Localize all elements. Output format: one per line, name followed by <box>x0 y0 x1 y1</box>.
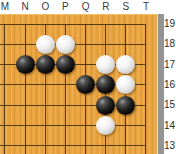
board-intersection-T14[interactable] <box>136 115 156 135</box>
grid-vline <box>65 95 66 115</box>
board-intersection-N13[interactable] <box>15 136 35 154</box>
board-intersection-R13[interactable] <box>96 136 116 154</box>
board-intersection-M14[interactable] <box>0 115 15 135</box>
row-label-17: 17 <box>164 59 176 71</box>
board-intersection-N16[interactable] <box>15 75 35 95</box>
board-intersection-S18[interactable] <box>116 34 136 54</box>
board-grid <box>0 14 156 154</box>
board-intersection-Q18[interactable] <box>75 34 95 54</box>
board-intersection-M13[interactable] <box>0 136 15 154</box>
grid-vline <box>25 95 26 115</box>
board-intersection-S13[interactable] <box>116 136 136 154</box>
grid-vline <box>65 75 66 95</box>
board-intersection-P14[interactable] <box>55 115 75 135</box>
board-intersection-O14[interactable] <box>35 115 55 135</box>
board-intersection-T15[interactable] <box>136 95 156 115</box>
column-label-M: M <box>0 1 13 13</box>
grid-vline <box>25 24 26 35</box>
board-intersection-T17[interactable] <box>136 55 156 75</box>
board-intersection-T18[interactable] <box>136 34 156 54</box>
board-intersection-M17[interactable] <box>0 55 15 75</box>
board-intersection-P17[interactable] <box>55 55 75 75</box>
grid-hline <box>0 44 15 45</box>
grid-hline <box>0 64 15 65</box>
board-intersection-R17[interactable] <box>96 55 116 75</box>
grid-vline <box>85 95 86 115</box>
grid-vline <box>85 136 86 154</box>
grid-vline <box>145 55 146 75</box>
board-intersection-P13[interactable] <box>55 136 75 154</box>
column-label-O: O <box>37 1 53 13</box>
row-label-14: 14 <box>164 120 176 132</box>
grid-vline <box>65 115 66 135</box>
black-stone-R16 <box>96 75 115 94</box>
board-intersection-O18[interactable] <box>35 34 55 54</box>
board-intersection-Q16[interactable] <box>75 75 95 95</box>
grid-vline <box>45 75 46 95</box>
board-intersection-P19[interactable] <box>55 14 75 34</box>
column-label-Q: Q <box>78 1 94 13</box>
board-intersection-R16[interactable] <box>96 75 116 95</box>
grid-vline <box>4 55 5 75</box>
grid-vline <box>65 136 66 154</box>
column-label-T: T <box>138 1 154 13</box>
board-intersection-Q19[interactable] <box>75 14 95 34</box>
grid-vline <box>25 75 26 95</box>
row-label-19: 19 <box>164 18 176 30</box>
board-intersection-P18[interactable] <box>55 34 75 54</box>
white-stone-S17 <box>116 55 135 74</box>
board-intersection-N17[interactable] <box>15 55 35 75</box>
board-intersection-O13[interactable] <box>35 136 55 154</box>
black-stone-S15 <box>116 96 135 115</box>
grid-vline <box>4 24 5 35</box>
board-intersection-Q15[interactable] <box>75 95 95 115</box>
board-intersection-Q17[interactable] <box>75 55 95 75</box>
board-intersection-M19[interactable] <box>0 14 15 34</box>
board-intersection-R19[interactable] <box>96 14 116 34</box>
board-intersection-Q13[interactable] <box>75 136 95 154</box>
board-intersection-N18[interactable] <box>15 34 35 54</box>
black-stone-P17 <box>56 55 75 74</box>
grid-vline <box>25 136 26 154</box>
column-label-S: S <box>118 1 134 13</box>
row-labels-strip: 19181716151413 <box>164 14 176 154</box>
grid-vline <box>125 115 126 135</box>
board-intersection-O16[interactable] <box>35 75 55 95</box>
grid-vline <box>65 24 66 35</box>
grid-vline <box>125 24 126 35</box>
board-intersection-P15[interactable] <box>55 95 75 115</box>
row-label-15: 15 <box>164 99 176 111</box>
white-stone-R17 <box>96 55 115 74</box>
board-intersection-S15[interactable] <box>116 95 136 115</box>
grid-vline <box>85 55 86 75</box>
grid-vline <box>45 136 46 154</box>
grid-vline <box>105 136 106 154</box>
white-stone-R14 <box>96 116 115 135</box>
row-label-16: 16 <box>164 79 176 91</box>
grid-vline <box>145 34 146 54</box>
board-intersection-N15[interactable] <box>15 95 35 115</box>
board-intersection-O19[interactable] <box>35 14 55 34</box>
column-label-N: N <box>17 1 33 13</box>
grid-vline <box>4 34 5 54</box>
grid-vline <box>85 115 86 135</box>
grid-vline <box>125 34 126 54</box>
board-intersection-S19[interactable] <box>116 14 136 34</box>
grid-vline <box>25 115 26 135</box>
grid-vline <box>25 34 26 54</box>
board-intersection-O15[interactable] <box>35 95 55 115</box>
grid-hline <box>0 125 15 126</box>
grid-vline <box>45 115 46 135</box>
board-intersection-T16[interactable] <box>136 75 156 95</box>
grid-hline <box>0 145 15 146</box>
board-intersection-M16[interactable] <box>0 75 15 95</box>
board-intersection-R18[interactable] <box>96 34 116 54</box>
board-intersection-N14[interactable] <box>15 115 35 135</box>
grid-vline <box>145 75 146 95</box>
black-stone-O17 <box>36 55 55 74</box>
white-stone-S16 <box>116 75 135 94</box>
row-label-13: 13 <box>164 140 176 152</box>
black-stone-N17 <box>16 55 35 74</box>
grid-vline <box>4 136 5 154</box>
board-intersection-S16[interactable] <box>116 75 136 95</box>
board-intersection-Q14[interactable] <box>75 115 95 135</box>
board-intersection-R15[interactable] <box>96 95 116 115</box>
board-intersection-O17[interactable] <box>35 55 55 75</box>
grid-vline <box>145 95 146 115</box>
board-intersection-M18[interactable] <box>0 34 15 54</box>
grid-vline <box>4 75 5 95</box>
row-label-18: 18 <box>164 38 176 50</box>
grid-vline <box>4 95 5 115</box>
black-stone-R15 <box>96 96 115 115</box>
black-stone-Q16 <box>76 75 95 94</box>
grid-hline <box>0 84 15 85</box>
grid-vline <box>105 24 106 35</box>
board-intersection-N19[interactable] <box>15 14 35 34</box>
board-intersection-T13[interactable] <box>136 136 156 154</box>
board-intersection-S14[interactable] <box>116 115 136 135</box>
white-stone-P18 <box>56 35 75 54</box>
go-board-screenshot: MNOPQRST 19181716151413 <box>0 0 176 154</box>
grid-vline <box>4 115 5 135</box>
grid-hline <box>0 105 15 106</box>
white-stone-O18 <box>36 35 55 54</box>
board-intersection-M15[interactable] <box>0 95 15 115</box>
grid-hline <box>0 24 15 25</box>
grid-vline <box>105 34 106 54</box>
board-intersection-P16[interactable] <box>55 75 75 95</box>
board-intersection-R14[interactable] <box>96 115 116 135</box>
column-labels-strip: MNOPQRST <box>0 0 176 14</box>
grid-vline <box>125 136 126 154</box>
board-intersection-S17[interactable] <box>116 55 136 75</box>
grid-vline <box>45 95 46 115</box>
grid-vline <box>145 115 146 135</box>
goban <box>0 14 157 154</box>
grid-vline <box>145 24 146 35</box>
grid-vline <box>45 24 46 35</box>
column-label-R: R <box>98 1 114 13</box>
grid-vline <box>145 136 146 154</box>
board-intersection-T19[interactable] <box>136 14 156 34</box>
grid-vline <box>85 34 86 54</box>
column-label-P: P <box>57 1 73 13</box>
grid-vline <box>85 24 86 35</box>
